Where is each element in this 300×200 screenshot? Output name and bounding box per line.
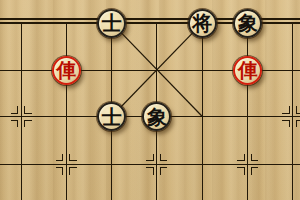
piece-glyph: 象 — [147, 106, 167, 126]
marker-corner — [146, 154, 154, 162]
cannon-point-marker — [282, 106, 300, 127]
marker-corner — [24, 120, 32, 128]
piece-red-chariot[interactable]: 俥 — [52, 56, 81, 85]
piece-red-chariot[interactable]: 俥 — [233, 56, 262, 85]
marker-corner — [282, 106, 290, 114]
marker-corner — [11, 106, 19, 114]
piece-glyph: 俥 — [238, 60, 258, 80]
piece-black-advisor[interactable]: 士 — [97, 102, 126, 131]
piece-glyph: 将 — [192, 13, 212, 33]
piece-black-advisor[interactable]: 士 — [97, 9, 126, 38]
marker-corner — [69, 154, 77, 162]
marker-corner — [160, 154, 168, 162]
piece-glyph: 士 — [102, 106, 122, 126]
piece-glyph: 象 — [238, 13, 258, 33]
piece-glyph: 俥 — [56, 60, 76, 80]
pawn-point-marker — [237, 154, 258, 175]
file-line-6 — [202, 22, 203, 200]
marker-corner — [237, 167, 245, 175]
marker-corner — [282, 120, 290, 128]
pawn-point-marker — [146, 154, 167, 175]
marker-corner — [146, 167, 154, 175]
marker-corner — [24, 106, 32, 114]
marker-corner — [11, 120, 19, 128]
marker-corner — [296, 120, 300, 128]
marker-corner — [56, 167, 64, 175]
piece-black-general[interactable]: 将 — [188, 9, 217, 38]
xiangqi-board: 士将象俥俥士象 — [0, 0, 300, 200]
marker-corner — [237, 154, 245, 162]
piece-black-elephant[interactable]: 象 — [233, 9, 262, 38]
marker-corner — [296, 106, 300, 114]
marker-corner — [56, 154, 64, 162]
marker-corner — [69, 167, 77, 175]
cannon-point-marker — [11, 106, 32, 127]
marker-corner — [160, 167, 168, 175]
pawn-point-marker — [56, 154, 77, 175]
marker-corner — [251, 154, 259, 162]
marker-corner — [251, 167, 259, 175]
piece-glyph: 士 — [102, 13, 122, 33]
